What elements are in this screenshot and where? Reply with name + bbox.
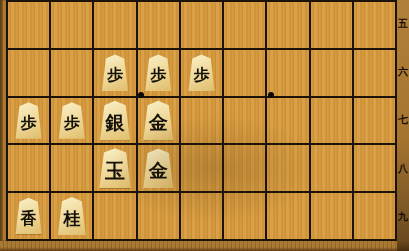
board-cell-2-9[interactable] bbox=[311, 193, 352, 239]
piece-pawn[interactable]: 歩 bbox=[100, 54, 130, 91]
piece-gold[interactable]: 金 bbox=[141, 149, 175, 188]
board-cell-3-9[interactable] bbox=[267, 193, 308, 239]
piece-kanji: 歩 bbox=[64, 110, 80, 131]
rank-label-6: 六 bbox=[397, 48, 409, 96]
board-cell-3-6[interactable] bbox=[267, 50, 308, 96]
board-cell-8-8[interactable] bbox=[51, 145, 92, 191]
board-cell-5-9[interactable] bbox=[181, 193, 222, 239]
board-cell-9-8[interactable] bbox=[8, 145, 49, 191]
rank-label-8: 八 bbox=[397, 145, 409, 193]
rank-label-9: 九 bbox=[397, 193, 409, 241]
board-cell-2-6[interactable] bbox=[311, 50, 352, 96]
board-cell-6-7[interactable]: 金 bbox=[138, 98, 179, 144]
board-cell-2-7[interactable] bbox=[311, 98, 352, 144]
board-cell-9-6[interactable] bbox=[8, 50, 49, 96]
board-cell-9-9[interactable]: 香 bbox=[8, 193, 49, 239]
piece-king[interactable]: 玉 bbox=[97, 148, 133, 188]
piece-lance[interactable]: 香 bbox=[14, 198, 44, 235]
board-cell-7-8[interactable]: 玉 bbox=[94, 145, 135, 191]
board-cell-7-5[interactable] bbox=[94, 2, 135, 48]
board-grid: 歩歩歩歩歩銀金玉金香桂 bbox=[6, 0, 397, 241]
board-cell-8-9[interactable]: 桂 bbox=[51, 193, 92, 239]
piece-kanji: 金 bbox=[149, 108, 168, 132]
board-cell-6-9[interactable] bbox=[138, 193, 179, 239]
board-cell-1-5[interactable] bbox=[354, 2, 395, 48]
piece-kanji: 玉 bbox=[105, 156, 125, 181]
rank-labels: 五 六 七 八 九 bbox=[397, 0, 409, 241]
board-cell-3-7[interactable] bbox=[267, 98, 308, 144]
piece-kanji: 歩 bbox=[107, 62, 123, 83]
board-cell-1-6[interactable] bbox=[354, 50, 395, 96]
board-cell-5-5[interactable] bbox=[181, 2, 222, 48]
board-cell-7-7[interactable]: 銀 bbox=[94, 98, 135, 144]
piece-pawn[interactable]: 歩 bbox=[143, 54, 173, 91]
board-cell-1-9[interactable] bbox=[354, 193, 395, 239]
board-cell-4-6[interactable] bbox=[224, 50, 265, 96]
board-cell-6-6[interactable]: 歩 bbox=[138, 50, 179, 96]
board-cell-6-8[interactable]: 金 bbox=[138, 145, 179, 191]
star-point bbox=[268, 92, 274, 98]
piece-gold[interactable]: 金 bbox=[141, 101, 175, 140]
board-cell-2-8[interactable] bbox=[311, 145, 352, 191]
board-cell-8-6[interactable] bbox=[51, 50, 92, 96]
board-cell-1-7[interactable] bbox=[354, 98, 395, 144]
board-cell-3-5[interactable] bbox=[267, 2, 308, 48]
board-cell-5-6[interactable]: 歩 bbox=[181, 50, 222, 96]
shogi-board: 歩歩歩歩歩銀金玉金香桂 五 六 七 八 九 bbox=[0, 0, 409, 251]
rank-label-5: 五 bbox=[397, 0, 409, 48]
piece-silver[interactable]: 銀 bbox=[98, 101, 132, 140]
board-cell-5-7[interactable] bbox=[181, 98, 222, 144]
piece-pawn[interactable]: 歩 bbox=[187, 54, 217, 91]
board-cell-2-5[interactable] bbox=[311, 2, 352, 48]
piece-kanji: 桂 bbox=[63, 205, 80, 227]
star-point bbox=[138, 92, 144, 98]
piece-kanji: 銀 bbox=[106, 108, 125, 132]
board-cell-9-7[interactable]: 歩 bbox=[8, 98, 49, 144]
board-cell-4-8[interactable] bbox=[224, 145, 265, 191]
piece-kanji: 歩 bbox=[21, 110, 37, 131]
board-cell-6-5[interactable] bbox=[138, 2, 179, 48]
board-cell-7-6[interactable]: 歩 bbox=[94, 50, 135, 96]
piece-kanji: 歩 bbox=[150, 62, 166, 83]
board-cell-8-7[interactable]: 歩 bbox=[51, 98, 92, 144]
board-bottom-margin bbox=[0, 241, 397, 251]
board-cell-1-8[interactable] bbox=[354, 145, 395, 191]
piece-kanji: 金 bbox=[149, 156, 168, 180]
board-cell-9-5[interactable] bbox=[8, 2, 49, 48]
board-cell-5-8[interactable] bbox=[181, 145, 222, 191]
rank-label-7: 七 bbox=[397, 96, 409, 144]
board-cell-8-5[interactable] bbox=[51, 2, 92, 48]
board-cell-4-7[interactable] bbox=[224, 98, 265, 144]
board-cell-3-8[interactable] bbox=[267, 145, 308, 191]
board-cell-4-5[interactable] bbox=[224, 2, 265, 48]
piece-knight[interactable]: 桂 bbox=[56, 197, 88, 235]
board-cell-4-9[interactable] bbox=[224, 193, 265, 239]
piece-pawn[interactable]: 歩 bbox=[14, 102, 44, 139]
board-cell-7-9[interactable] bbox=[94, 193, 135, 239]
piece-kanji: 香 bbox=[21, 206, 37, 227]
piece-kanji: 歩 bbox=[193, 62, 209, 83]
piece-pawn[interactable]: 歩 bbox=[57, 102, 87, 139]
